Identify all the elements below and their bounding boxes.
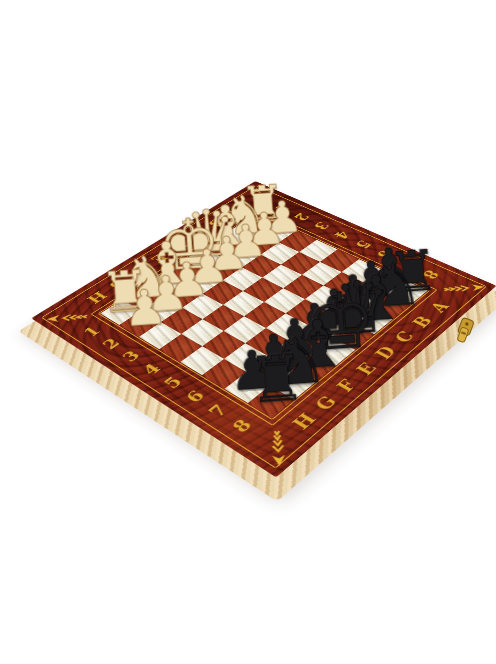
piece-black-rook[interactable]: ♜ (237, 308, 311, 408)
file-label: B (409, 314, 435, 330)
square-h4[interactable] (159, 334, 202, 362)
file-label: A (427, 300, 452, 315)
file-label: E (353, 360, 379, 377)
rank-label: 3 (118, 348, 142, 364)
corner-arrow-icon (440, 282, 488, 297)
file-label: G (311, 393, 339, 412)
file-label: H (289, 410, 319, 431)
corner-arrow-icon (264, 428, 289, 468)
rank-label: 2 (99, 336, 122, 351)
rank-label: 1 (80, 324, 103, 339)
rank-label: 7 (204, 402, 230, 420)
piece-white-pawn[interactable]: ♟ (109, 239, 176, 329)
rank-label: 8 (228, 416, 254, 434)
photo-stage: 1122334455667788HHGGFFEEDDCCBBAA ♜♟♞♟♝♟♛… (0, 0, 496, 664)
file-label: F (333, 377, 359, 394)
corner-arrow-icon (45, 309, 91, 324)
file-label: C (391, 329, 417, 345)
brass-latch-icon (451, 317, 477, 347)
rank-label: 4 (139, 361, 163, 377)
rank-label: 5 (160, 374, 185, 391)
black-rook-glyph: ♜ (240, 345, 312, 413)
chess-board: 1122334455667788HHGGFFEEDDCCBBAA ♜♟♞♟♝♟♛… (31, 181, 496, 478)
rank-label: 6 (182, 388, 207, 405)
